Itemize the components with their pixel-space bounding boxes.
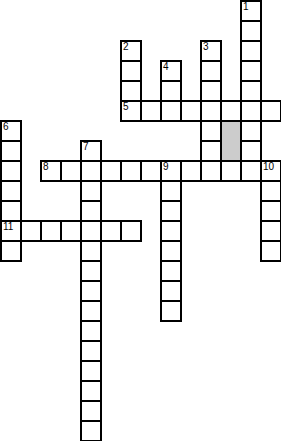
crossword-cell[interactable] (220, 160, 242, 182)
crossword-cell[interactable] (80, 400, 102, 422)
crossword-cell[interactable] (80, 220, 102, 242)
clue-number: 9 (163, 163, 169, 171)
crossword-cell[interactable] (240, 100, 262, 122)
crossword-cell[interactable] (20, 220, 42, 242)
clue-number: 8 (43, 163, 49, 171)
crossword-cell[interactable] (240, 140, 262, 162)
crossword-cell[interactable] (0, 240, 22, 262)
clue-number: 4 (163, 63, 169, 71)
clue-number: 5 (123, 103, 129, 111)
crossword-cell[interactable] (160, 180, 182, 202)
crossword-cell[interactable] (100, 160, 122, 182)
crossword-cell[interactable] (260, 240, 281, 262)
crossword-cell[interactable] (80, 260, 102, 282)
crossword-cell[interactable] (260, 220, 281, 242)
crossword-cell[interactable] (80, 420, 102, 441)
clue-number: 6 (3, 123, 9, 131)
crossword-cell[interactable] (260, 180, 281, 202)
crossword-cell[interactable] (0, 160, 22, 182)
crossword-cell[interactable] (80, 300, 102, 322)
crossword-cell[interactable] (240, 40, 262, 62)
crossword-cell[interactable] (120, 160, 142, 182)
crossword-cell[interactable] (240, 60, 262, 82)
crossword-cell[interactable] (260, 200, 281, 222)
crossword-cell[interactable] (100, 220, 122, 242)
crossword-cell[interactable] (80, 320, 102, 342)
crossword-cell[interactable] (160, 80, 182, 102)
crossword-cell[interactable] (80, 160, 102, 182)
crossword-cell[interactable] (40, 220, 62, 242)
crossword-cell[interactable] (200, 60, 222, 82)
crossword-cell[interactable] (120, 80, 142, 102)
crossword-cell[interactable] (120, 60, 142, 82)
crossword-cell[interactable] (160, 300, 182, 322)
crossword-cell[interactable] (80, 180, 102, 202)
crossword-cell[interactable] (0, 200, 22, 222)
crossword-cell[interactable] (160, 240, 182, 262)
crossword-cell[interactable] (80, 280, 102, 302)
crossword-cell[interactable] (80, 240, 102, 262)
crossword-cell[interactable] (240, 120, 262, 142)
crossword-cell[interactable] (160, 100, 182, 122)
crossword-cell[interactable] (200, 160, 222, 182)
crossword-cell[interactable] (140, 160, 162, 182)
crossword-cell[interactable] (60, 220, 82, 242)
clue-number: 2 (123, 43, 129, 51)
crossword-cell[interactable] (160, 220, 182, 242)
crossword-cell[interactable] (80, 340, 102, 362)
crossword-cell[interactable] (60, 160, 82, 182)
crossword-cell[interactable] (200, 100, 222, 122)
crossword-board: 1234567891011 (0, 0, 281, 441)
crossword-cell[interactable] (200, 140, 222, 162)
clue-number: 3 (203, 43, 209, 51)
crossword-cell[interactable] (260, 100, 281, 122)
crossword-cell[interactable] (160, 200, 182, 222)
crossword-shaded-cell (220, 120, 242, 162)
crossword-cell[interactable] (80, 200, 102, 222)
crossword-cell[interactable] (160, 280, 182, 302)
crossword-cell[interactable] (220, 100, 242, 122)
crossword-cell[interactable] (200, 80, 222, 102)
crossword-cell[interactable] (180, 160, 202, 182)
crossword-cell[interactable] (180, 100, 202, 122)
clue-number: 1 (243, 3, 249, 11)
crossword-cell[interactable] (0, 180, 22, 202)
crossword-cell[interactable] (240, 160, 262, 182)
crossword-cell[interactable] (120, 220, 142, 242)
crossword-cell[interactable] (240, 80, 262, 102)
clue-number: 7 (83, 143, 89, 151)
clue-number: 11 (3, 223, 13, 231)
crossword-cell[interactable] (240, 20, 262, 42)
crossword-cell[interactable] (140, 100, 162, 122)
clue-number: 10 (263, 163, 274, 171)
crossword-cell[interactable] (0, 140, 22, 162)
crossword-cell[interactable] (80, 380, 102, 402)
crossword-cell[interactable] (80, 360, 102, 382)
crossword-cell[interactable] (160, 260, 182, 282)
crossword-cell[interactable] (200, 120, 222, 142)
